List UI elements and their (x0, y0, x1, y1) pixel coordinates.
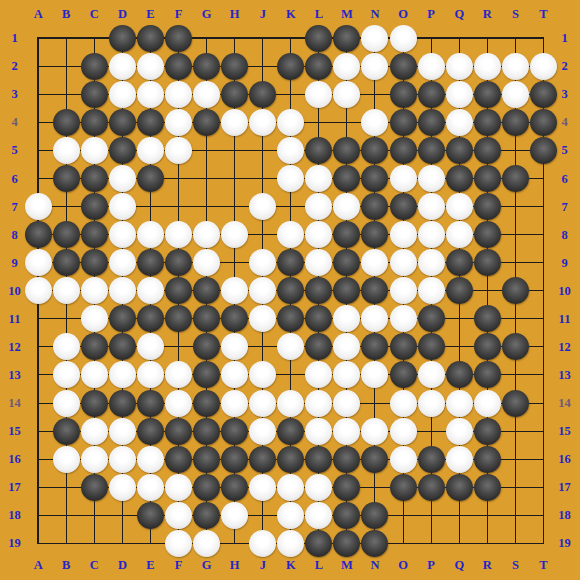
board-cell-M6[interactable] (333, 164, 361, 192)
board-cell-R11[interactable] (473, 305, 501, 333)
board-cell-L3[interactable] (305, 80, 333, 108)
board-cell-D2[interactable] (108, 52, 136, 80)
board-cell-G11[interactable] (193, 305, 221, 333)
board-cell-P9[interactable] (417, 249, 445, 277)
board-cell-B5[interactable] (52, 136, 80, 164)
board-cell-T17[interactable] (529, 473, 557, 501)
board-cell-G17[interactable] (193, 473, 221, 501)
board-cell-T9[interactable] (529, 249, 557, 277)
board-cell-H2[interactable] (221, 52, 249, 80)
board-cell-H13[interactable] (221, 361, 249, 389)
board-cell-B2[interactable] (52, 52, 80, 80)
board-cell-A17[interactable] (24, 473, 52, 501)
board-cell-S11[interactable] (501, 305, 529, 333)
board-cell-D16[interactable] (108, 445, 136, 473)
board-cell-E8[interactable] (136, 221, 164, 249)
board-cell-P3[interactable] (417, 80, 445, 108)
board-cell-P18[interactable] (417, 501, 445, 529)
board-cell-B18[interactable] (52, 501, 80, 529)
board-cell-J18[interactable] (249, 501, 277, 529)
board-cell-F16[interactable] (164, 445, 192, 473)
board-cell-S17[interactable] (501, 473, 529, 501)
board-cell-O18[interactable] (389, 501, 417, 529)
board-cell-P8[interactable] (417, 221, 445, 249)
board-cell-E18[interactable] (136, 501, 164, 529)
board-cell-T15[interactable] (529, 417, 557, 445)
board-cell-D15[interactable] (108, 417, 136, 445)
board-cell-G9[interactable] (193, 249, 221, 277)
board-cell-M12[interactable] (333, 333, 361, 361)
board-cell-F14[interactable] (164, 389, 192, 417)
board-cell-C17[interactable] (80, 473, 108, 501)
board-cell-M4[interactable] (333, 108, 361, 136)
board-cell-B19[interactable] (52, 529, 80, 557)
board-cell-C18[interactable] (80, 501, 108, 529)
board-cell-G15[interactable] (193, 417, 221, 445)
board-cell-L11[interactable] (305, 305, 333, 333)
board-cell-K16[interactable] (277, 445, 305, 473)
board-cell-J5[interactable] (249, 136, 277, 164)
board-cell-Q19[interactable] (445, 529, 473, 557)
board-cell-Q6[interactable] (445, 164, 473, 192)
board-cell-J9[interactable] (249, 249, 277, 277)
board-cell-M3[interactable] (333, 80, 361, 108)
board-cell-D5[interactable] (108, 136, 136, 164)
board-cell-L7[interactable] (305, 193, 333, 221)
board-cell-F1[interactable] (164, 24, 192, 52)
board-cell-C6[interactable] (80, 164, 108, 192)
board-cell-A14[interactable] (24, 389, 52, 417)
board-cell-N14[interactable] (361, 389, 389, 417)
board-cell-Q13[interactable] (445, 361, 473, 389)
board-cell-C13[interactable] (80, 361, 108, 389)
board-cell-F11[interactable] (164, 305, 192, 333)
board-cell-J16[interactable] (249, 445, 277, 473)
board-cell-J17[interactable] (249, 473, 277, 501)
board-cell-A9[interactable] (24, 249, 52, 277)
board-cell-Q17[interactable] (445, 473, 473, 501)
board-cell-H9[interactable] (221, 249, 249, 277)
board-cell-R8[interactable] (473, 221, 501, 249)
board-cell-D6[interactable] (108, 164, 136, 192)
board-cell-G18[interactable] (193, 501, 221, 529)
board-cell-Q12[interactable] (445, 333, 473, 361)
board-cell-C15[interactable] (80, 417, 108, 445)
board-cell-Q2[interactable] (445, 52, 473, 80)
board-cell-N2[interactable] (361, 52, 389, 80)
board-cell-T19[interactable] (529, 529, 557, 557)
board-cell-R10[interactable] (473, 277, 501, 305)
board-cell-E11[interactable] (136, 305, 164, 333)
board-cell-N18[interactable] (361, 501, 389, 529)
board-cell-F15[interactable] (164, 417, 192, 445)
board-cell-G13[interactable] (193, 361, 221, 389)
board-cell-L18[interactable] (305, 501, 333, 529)
board-cell-N8[interactable] (361, 221, 389, 249)
board-cell-C14[interactable] (80, 389, 108, 417)
board-cell-R7[interactable] (473, 193, 501, 221)
board-cell-J14[interactable] (249, 389, 277, 417)
board-cell-Q14[interactable] (445, 389, 473, 417)
board-cell-A5[interactable] (24, 136, 52, 164)
board-cell-A12[interactable] (24, 333, 52, 361)
board-cell-J4[interactable] (249, 108, 277, 136)
board-cell-E12[interactable] (136, 333, 164, 361)
board-cell-K8[interactable] (277, 221, 305, 249)
board-cell-A2[interactable] (24, 52, 52, 80)
board-cell-M1[interactable] (333, 24, 361, 52)
board-cell-O7[interactable] (389, 193, 417, 221)
board-cell-O15[interactable] (389, 417, 417, 445)
board-cell-C1[interactable] (80, 24, 108, 52)
board-cell-A4[interactable] (24, 108, 52, 136)
board-cell-N1[interactable] (361, 24, 389, 52)
board-cell-N11[interactable] (361, 305, 389, 333)
board-cell-R14[interactable] (473, 389, 501, 417)
board-cell-N3[interactable] (361, 80, 389, 108)
board-cell-B7[interactable] (52, 193, 80, 221)
board-cell-R17[interactable] (473, 473, 501, 501)
board-cell-A10[interactable] (24, 277, 52, 305)
board-cell-R16[interactable] (473, 445, 501, 473)
board-cell-F8[interactable] (164, 221, 192, 249)
board-cell-M14[interactable] (333, 389, 361, 417)
board-cell-L2[interactable] (305, 52, 333, 80)
board-cell-B1[interactable] (52, 24, 80, 52)
board-cell-H15[interactable] (221, 417, 249, 445)
board-cell-K17[interactable] (277, 473, 305, 501)
board-cell-K7[interactable] (277, 193, 305, 221)
board-cell-N17[interactable] (361, 473, 389, 501)
board-cell-T2[interactable] (529, 52, 557, 80)
board-cell-Q15[interactable] (445, 417, 473, 445)
board-cell-G1[interactable] (193, 24, 221, 52)
board-cell-S7[interactable] (501, 193, 529, 221)
board-cell-K19[interactable] (277, 529, 305, 557)
board-cell-B9[interactable] (52, 249, 80, 277)
board-cell-Q1[interactable] (445, 24, 473, 52)
board-cell-T7[interactable] (529, 193, 557, 221)
board-cell-M10[interactable] (333, 277, 361, 305)
board-cell-E13[interactable] (136, 361, 164, 389)
board-cell-G10[interactable] (193, 277, 221, 305)
board-cell-L15[interactable] (305, 417, 333, 445)
board-cell-K14[interactable] (277, 389, 305, 417)
board-cell-C4[interactable] (80, 108, 108, 136)
board-cell-P16[interactable] (417, 445, 445, 473)
board-cell-L9[interactable] (305, 249, 333, 277)
board-cell-K10[interactable] (277, 277, 305, 305)
board-cell-J2[interactable] (249, 52, 277, 80)
board-cell-R2[interactable] (473, 52, 501, 80)
board-cell-N4[interactable] (361, 108, 389, 136)
board-cell-A8[interactable] (24, 221, 52, 249)
board-cell-G19[interactable] (193, 529, 221, 557)
board-cell-E10[interactable] (136, 277, 164, 305)
board-cell-P13[interactable] (417, 361, 445, 389)
board-cell-R4[interactable] (473, 108, 501, 136)
board-cell-S8[interactable] (501, 221, 529, 249)
board-cell-C9[interactable] (80, 249, 108, 277)
board-cell-F12[interactable] (164, 333, 192, 361)
board-cell-T11[interactable] (529, 305, 557, 333)
board-cell-F17[interactable] (164, 473, 192, 501)
board-cell-N6[interactable] (361, 164, 389, 192)
board-cell-P14[interactable] (417, 389, 445, 417)
board-cell-J6[interactable] (249, 164, 277, 192)
board-cell-S3[interactable] (501, 80, 529, 108)
board-cell-Q10[interactable] (445, 277, 473, 305)
board-cell-R19[interactable] (473, 529, 501, 557)
board-cell-S6[interactable] (501, 164, 529, 192)
board-cell-J13[interactable] (249, 361, 277, 389)
board-cell-H8[interactable] (221, 221, 249, 249)
board-cell-G12[interactable] (193, 333, 221, 361)
board-cell-C16[interactable] (80, 445, 108, 473)
board-cell-Q16[interactable] (445, 445, 473, 473)
board-cell-F18[interactable] (164, 501, 192, 529)
board-cell-N13[interactable] (361, 361, 389, 389)
board-cell-O12[interactable] (389, 333, 417, 361)
board-cell-O13[interactable] (389, 361, 417, 389)
board-cell-S18[interactable] (501, 501, 529, 529)
board-cell-S15[interactable] (501, 417, 529, 445)
board-cell-M7[interactable] (333, 193, 361, 221)
board-cell-B13[interactable] (52, 361, 80, 389)
board-cell-N12[interactable] (361, 333, 389, 361)
board-cell-D18[interactable] (108, 501, 136, 529)
board-cell-H17[interactable] (221, 473, 249, 501)
board-cell-P1[interactable] (417, 24, 445, 52)
board-cell-R1[interactable] (473, 24, 501, 52)
board-cell-B3[interactable] (52, 80, 80, 108)
board-cell-S1[interactable] (501, 24, 529, 52)
board-cell-E19[interactable] (136, 529, 164, 557)
board-cell-A18[interactable] (24, 501, 52, 529)
board-cell-H12[interactable] (221, 333, 249, 361)
board-cell-H19[interactable] (221, 529, 249, 557)
board-cell-E6[interactable] (136, 164, 164, 192)
board-cell-F7[interactable] (164, 193, 192, 221)
board-cell-E15[interactable] (136, 417, 164, 445)
board-cell-O10[interactable] (389, 277, 417, 305)
board-cell-L13[interactable] (305, 361, 333, 389)
board-cell-S14[interactable] (501, 389, 529, 417)
board-cell-P11[interactable] (417, 305, 445, 333)
board-cell-T10[interactable] (529, 277, 557, 305)
board-cell-K13[interactable] (277, 361, 305, 389)
board-cell-K9[interactable] (277, 249, 305, 277)
board-cell-B11[interactable] (52, 305, 80, 333)
board-cell-E9[interactable] (136, 249, 164, 277)
board-cell-G14[interactable] (193, 389, 221, 417)
board-cell-E7[interactable] (136, 193, 164, 221)
board-cell-E3[interactable] (136, 80, 164, 108)
board-cell-D1[interactable] (108, 24, 136, 52)
board-cell-H6[interactable] (221, 164, 249, 192)
board-cell-S4[interactable] (501, 108, 529, 136)
board-cell-N16[interactable] (361, 445, 389, 473)
board-cell-D11[interactable] (108, 305, 136, 333)
board-cell-P10[interactable] (417, 277, 445, 305)
board-cell-H7[interactable] (221, 193, 249, 221)
board-cell-L8[interactable] (305, 221, 333, 249)
board-cell-C2[interactable] (80, 52, 108, 80)
board-cell-J11[interactable] (249, 305, 277, 333)
board-cell-K6[interactable] (277, 164, 305, 192)
board-cell-G4[interactable] (193, 108, 221, 136)
board-cell-J3[interactable] (249, 80, 277, 108)
board-cell-Q8[interactable] (445, 221, 473, 249)
board-cell-R6[interactable] (473, 164, 501, 192)
board-cell-T4[interactable] (529, 108, 557, 136)
board-cell-E4[interactable] (136, 108, 164, 136)
board-cell-B8[interactable] (52, 221, 80, 249)
board-cell-L16[interactable] (305, 445, 333, 473)
board-cell-A7[interactable] (24, 193, 52, 221)
board-cell-N15[interactable] (361, 417, 389, 445)
board-cell-S9[interactable] (501, 249, 529, 277)
board-cell-P12[interactable] (417, 333, 445, 361)
board-cell-R9[interactable] (473, 249, 501, 277)
board-cell-T8[interactable] (529, 221, 557, 249)
board-cell-N7[interactable] (361, 193, 389, 221)
board-cell-L19[interactable] (305, 529, 333, 557)
board-cell-K12[interactable] (277, 333, 305, 361)
board-cell-P4[interactable] (417, 108, 445, 136)
board-cell-S2[interactable] (501, 52, 529, 80)
board-cell-G7[interactable] (193, 193, 221, 221)
board-cell-T14[interactable] (529, 389, 557, 417)
board-cell-A6[interactable] (24, 164, 52, 192)
board-cell-N19[interactable] (361, 529, 389, 557)
board-cell-M13[interactable] (333, 361, 361, 389)
board-cell-B17[interactable] (52, 473, 80, 501)
board-cell-R3[interactable] (473, 80, 501, 108)
board-cell-H5[interactable] (221, 136, 249, 164)
board-cell-L14[interactable] (305, 389, 333, 417)
board-cell-J8[interactable] (249, 221, 277, 249)
board-cell-O14[interactable] (389, 389, 417, 417)
board-cell-E14[interactable] (136, 389, 164, 417)
board-cell-T3[interactable] (529, 80, 557, 108)
board-cell-P5[interactable] (417, 136, 445, 164)
board-cell-K1[interactable] (277, 24, 305, 52)
board-cell-A3[interactable] (24, 80, 52, 108)
board-cell-M5[interactable] (333, 136, 361, 164)
board-cell-J12[interactable] (249, 333, 277, 361)
board-cell-G8[interactable] (193, 221, 221, 249)
board-cell-M11[interactable] (333, 305, 361, 333)
board-cell-O17[interactable] (389, 473, 417, 501)
board-cell-B4[interactable] (52, 108, 80, 136)
board-cell-S19[interactable] (501, 529, 529, 557)
board-cell-O2[interactable] (389, 52, 417, 80)
board-cell-K18[interactable] (277, 501, 305, 529)
board-cell-M17[interactable] (333, 473, 361, 501)
board-cell-E2[interactable] (136, 52, 164, 80)
board-cell-H18[interactable] (221, 501, 249, 529)
board-cell-M18[interactable] (333, 501, 361, 529)
board-cell-T12[interactable] (529, 333, 557, 361)
board-cell-R5[interactable] (473, 136, 501, 164)
board-cell-S12[interactable] (501, 333, 529, 361)
board-cell-D19[interactable] (108, 529, 136, 557)
board-cell-S13[interactable] (501, 361, 529, 389)
board-cell-H11[interactable] (221, 305, 249, 333)
board-cell-O11[interactable] (389, 305, 417, 333)
board-cell-L10[interactable] (305, 277, 333, 305)
board-cell-L5[interactable] (305, 136, 333, 164)
board-cell-F3[interactable] (164, 80, 192, 108)
board-cell-B10[interactable] (52, 277, 80, 305)
board-cell-S5[interactable] (501, 136, 529, 164)
board-cell-C3[interactable] (80, 80, 108, 108)
board-cell-B6[interactable] (52, 164, 80, 192)
board-cell-Q7[interactable] (445, 193, 473, 221)
board-cell-F9[interactable] (164, 249, 192, 277)
board-cell-O16[interactable] (389, 445, 417, 473)
board-cell-F10[interactable] (164, 277, 192, 305)
board-cell-D10[interactable] (108, 277, 136, 305)
board-cell-C7[interactable] (80, 193, 108, 221)
board-cell-T1[interactable] (529, 24, 557, 52)
board-cell-O19[interactable] (389, 529, 417, 557)
board-cell-F13[interactable] (164, 361, 192, 389)
board-cell-T5[interactable] (529, 136, 557, 164)
board-cell-H3[interactable] (221, 80, 249, 108)
board-cell-D7[interactable] (108, 193, 136, 221)
board-cell-J1[interactable] (249, 24, 277, 52)
board-cell-G3[interactable] (193, 80, 221, 108)
board-cell-C10[interactable] (80, 277, 108, 305)
board-cell-L6[interactable] (305, 164, 333, 192)
board-cell-O5[interactable] (389, 136, 417, 164)
board-cell-F19[interactable] (164, 529, 192, 557)
board-cell-P15[interactable] (417, 417, 445, 445)
board-cell-H16[interactable] (221, 445, 249, 473)
board-cell-Q5[interactable] (445, 136, 473, 164)
board-cell-N9[interactable] (361, 249, 389, 277)
board-cell-K15[interactable] (277, 417, 305, 445)
board-cell-C12[interactable] (80, 333, 108, 361)
board-cell-Q4[interactable] (445, 108, 473, 136)
board-cell-K11[interactable] (277, 305, 305, 333)
board-cell-L1[interactable] (305, 24, 333, 52)
board-cell-D14[interactable] (108, 389, 136, 417)
board-cell-A13[interactable] (24, 361, 52, 389)
board-cell-R12[interactable] (473, 333, 501, 361)
board-cell-O8[interactable] (389, 221, 417, 249)
board-cell-P7[interactable] (417, 193, 445, 221)
board-cell-O1[interactable] (389, 24, 417, 52)
board-cell-K2[interactable] (277, 52, 305, 80)
board-cell-J7[interactable] (249, 193, 277, 221)
board-cell-P2[interactable] (417, 52, 445, 80)
board-cell-O9[interactable] (389, 249, 417, 277)
board-cell-A19[interactable] (24, 529, 52, 557)
board-cell-D4[interactable] (108, 108, 136, 136)
board-cell-F5[interactable] (164, 136, 192, 164)
board-cell-P6[interactable] (417, 164, 445, 192)
board-cell-E17[interactable] (136, 473, 164, 501)
board-cell-F6[interactable] (164, 164, 192, 192)
board-cell-L12[interactable] (305, 333, 333, 361)
board-cell-M8[interactable] (333, 221, 361, 249)
board-cell-D12[interactable] (108, 333, 136, 361)
board-cell-G16[interactable] (193, 445, 221, 473)
board-cell-D3[interactable] (108, 80, 136, 108)
